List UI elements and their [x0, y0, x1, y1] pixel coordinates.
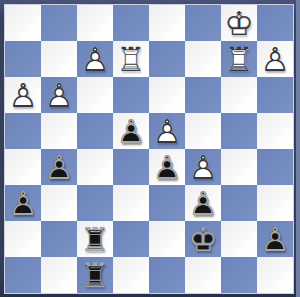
square-d2[interactable] [113, 221, 149, 257]
square-e8[interactable] [149, 5, 185, 41]
white-pawn[interactable]: ♟♙ [257, 41, 293, 77]
square-f5[interactable] [185, 113, 221, 149]
square-b1[interactable] [41, 257, 77, 293]
square-h7[interactable]: ♟♙ [257, 41, 293, 77]
square-b4[interactable]: ♟♙ [41, 149, 77, 185]
square-f3[interactable]: ♟♙ [185, 185, 221, 221]
square-b8[interactable] [41, 5, 77, 41]
square-e7[interactable] [149, 41, 185, 77]
square-g6[interactable] [221, 77, 257, 113]
square-d6[interactable] [113, 77, 149, 113]
piece-outline-glyph: ♔ [221, 5, 257, 41]
square-h4[interactable] [257, 149, 293, 185]
square-e4[interactable]: ♟♙ [149, 149, 185, 185]
square-c8[interactable] [77, 5, 113, 41]
square-g8[interactable]: ♚♔ [221, 5, 257, 41]
piece-outline-glyph: ♙ [149, 113, 185, 149]
square-a2[interactable] [5, 221, 41, 257]
square-h5[interactable] [257, 113, 293, 149]
square-h2[interactable]: ♟♙ [257, 221, 293, 257]
square-b3[interactable] [41, 185, 77, 221]
white-rook[interactable]: ♜♖ [113, 41, 149, 77]
square-d5[interactable]: ♟♙ [113, 113, 149, 149]
square-g4[interactable] [221, 149, 257, 185]
piece-outline-glyph: ♖ [221, 41, 257, 77]
square-h3[interactable] [257, 185, 293, 221]
piece-outline-glyph: ♖ [113, 41, 149, 77]
square-h1[interactable] [257, 257, 293, 293]
square-c5[interactable] [77, 113, 113, 149]
square-g5[interactable] [221, 113, 257, 149]
black-pawn[interactable]: ♟♙ [257, 221, 293, 257]
black-rook[interactable]: ♜♖ [77, 257, 113, 293]
square-e3[interactable] [149, 185, 185, 221]
square-a6[interactable]: ♟♙ [5, 77, 41, 113]
black-pawn[interactable]: ♟♙ [41, 149, 77, 185]
square-c3[interactable] [77, 185, 113, 221]
square-g1[interactable] [221, 257, 257, 293]
white-pawn[interactable]: ♟♙ [41, 77, 77, 113]
square-f6[interactable] [185, 77, 221, 113]
square-f4[interactable]: ♟♙ [185, 149, 221, 185]
square-g2[interactable] [221, 221, 257, 257]
square-c1[interactable]: ♜♖ [77, 257, 113, 293]
piece-outline-glyph: ♖ [77, 221, 113, 257]
square-h8[interactable] [257, 5, 293, 41]
piece-outline-glyph: ♙ [185, 149, 221, 185]
piece-outline-glyph: ♙ [5, 185, 41, 221]
square-c7[interactable]: ♟♙ [77, 41, 113, 77]
square-a7[interactable] [5, 41, 41, 77]
square-d8[interactable] [113, 5, 149, 41]
square-b6[interactable]: ♟♙ [41, 77, 77, 113]
black-pawn[interactable]: ♟♙ [5, 185, 41, 221]
square-e1[interactable] [149, 257, 185, 293]
square-c4[interactable] [77, 149, 113, 185]
black-king[interactable]: ♚♔ [185, 221, 221, 257]
square-a5[interactable] [5, 113, 41, 149]
square-c6[interactable] [77, 77, 113, 113]
white-pawn[interactable]: ♟♙ [149, 113, 185, 149]
square-g7[interactable]: ♜♖ [221, 41, 257, 77]
black-rook[interactable]: ♜♖ [77, 221, 113, 257]
square-d3[interactable] [113, 185, 149, 221]
piece-outline-glyph: ♙ [113, 113, 149, 149]
white-pawn[interactable]: ♟♙ [5, 77, 41, 113]
square-d1[interactable] [113, 257, 149, 293]
black-pawn[interactable]: ♟♙ [149, 149, 185, 185]
square-f2[interactable]: ♚♔ [185, 221, 221, 257]
square-f7[interactable] [185, 41, 221, 77]
square-d4[interactable] [113, 149, 149, 185]
piece-outline-glyph: ♙ [257, 41, 293, 77]
white-pawn[interactable]: ♟♙ [77, 41, 113, 77]
square-a8[interactable] [5, 5, 41, 41]
square-e6[interactable] [149, 77, 185, 113]
square-a1[interactable] [5, 257, 41, 293]
piece-outline-glyph: ♙ [185, 185, 221, 221]
square-a3[interactable]: ♟♙ [5, 185, 41, 221]
chess-board: ♚♔♟♙♜♖♜♖♟♙♟♙♟♙♟♙♟♙♟♙♟♙♟♙♟♙♟♙♜♖♚♔♟♙♜♖ [5, 5, 293, 293]
square-a4[interactable] [5, 149, 41, 185]
white-king[interactable]: ♚♔ [221, 5, 257, 41]
piece-outline-glyph: ♙ [41, 77, 77, 113]
square-b7[interactable] [41, 41, 77, 77]
square-f1[interactable] [185, 257, 221, 293]
white-pawn[interactable]: ♟♙ [185, 149, 221, 185]
white-rook[interactable]: ♜♖ [221, 41, 257, 77]
square-e5[interactable]: ♟♙ [149, 113, 185, 149]
board-frame: ♚♔♟♙♜♖♜♖♟♙♟♙♟♙♟♙♟♙♟♙♟♙♟♙♟♙♟♙♜♖♚♔♟♙♜♖ [0, 0, 300, 297]
black-pawn[interactable]: ♟♙ [185, 185, 221, 221]
piece-outline-glyph: ♙ [149, 149, 185, 185]
piece-outline-glyph: ♙ [257, 221, 293, 257]
piece-outline-glyph: ♖ [77, 257, 113, 293]
square-d7[interactable]: ♜♖ [113, 41, 149, 77]
square-e2[interactable] [149, 221, 185, 257]
piece-outline-glyph: ♙ [5, 77, 41, 113]
piece-outline-glyph: ♙ [41, 149, 77, 185]
square-f8[interactable] [185, 5, 221, 41]
square-b2[interactable] [41, 221, 77, 257]
square-b5[interactable] [41, 113, 77, 149]
black-pawn[interactable]: ♟♙ [113, 113, 149, 149]
square-h6[interactable] [257, 77, 293, 113]
piece-outline-glyph: ♔ [185, 221, 221, 257]
piece-outline-glyph: ♙ [77, 41, 113, 77]
square-c2[interactable]: ♜♖ [77, 221, 113, 257]
square-g3[interactable] [221, 185, 257, 221]
